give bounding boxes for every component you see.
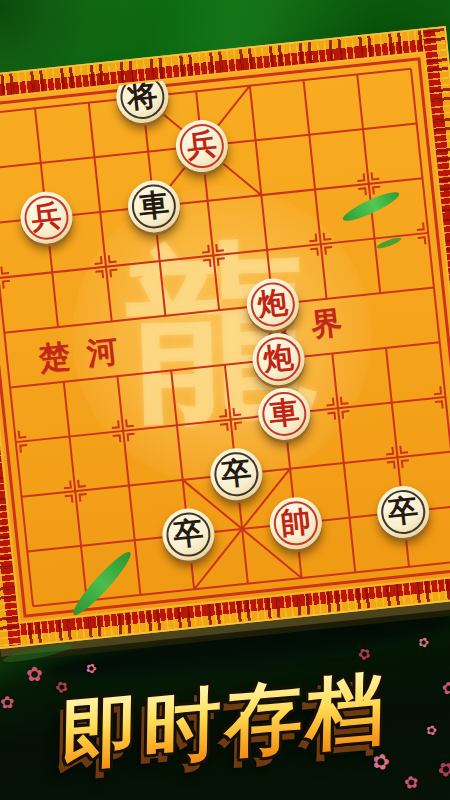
plum-blossom-icon: ✿: [357, 645, 372, 662]
plum-blossom-icon: ✿: [26, 664, 43, 684]
game-screen: 龍 楚河 汉界 将兵兵車炮炮車卒卒帥卒 ✿✿✿✿✿✿✿✿✿✿✿✿ 即时存档 即时…: [0, 0, 450, 800]
board-field[interactable]: 龍 楚河 汉界 将兵兵車炮炮車卒卒帥卒: [0, 51, 450, 624]
xiangqi-board[interactable]: 龍 楚河 汉界 将兵兵車炮炮車卒卒帥卒: [0, 26, 450, 649]
plum-blossom-icon: ✿: [85, 663, 99, 675]
